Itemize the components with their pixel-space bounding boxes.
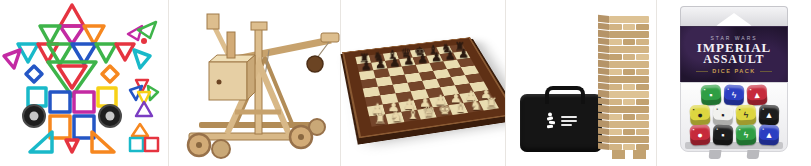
chess-board-grid: ♜♞♝♛♚♝♞♜♟♟♟♟♟♟♟♟♟♟♟♟♟♟♟♟♜♞♝♛♚♝♞♜ xyxy=(355,44,499,127)
green-die-icon: ▪▪ xyxy=(700,84,721,105)
white-rook: ♜ xyxy=(373,111,386,125)
dice-rows: ▪▪ϟ▪▲▪●▪▪▪ϟ▪▲▪●▪▪▪ϟ▪▲▪ xyxy=(683,85,785,145)
title-line-2: ASSAULT xyxy=(703,54,764,65)
black-pawn: ♟ xyxy=(389,56,400,68)
tower-side-face xyxy=(598,15,609,150)
chess-board: ♜♞♝♛♚♝♞♜♟♟♟♟♟♟♟♟♟♟♟♟♟♟♟♟♜♞♝♛♚♝♞♜ xyxy=(342,37,517,138)
black-pawn: ♟ xyxy=(458,47,469,59)
dice-blister: ▪▪ϟ▪▲▪●▪▪▪ϟ▪▲▪●▪▪▪ϟ▪▲▪ xyxy=(680,82,788,152)
white-bishop: ♝ xyxy=(454,100,467,114)
black-die-icon: ▲▪ xyxy=(758,104,779,125)
blue-die-icon: ▲▪ xyxy=(758,124,779,145)
yellow-die-icon: ●▪ xyxy=(689,104,710,125)
case-text-lines xyxy=(561,116,577,126)
yellow-die-icon: ϟ▪ xyxy=(735,104,756,125)
hang-hole xyxy=(716,13,752,26)
product-thumbnail-tumbling-tower[interactable] xyxy=(505,0,656,166)
black-pawn: ♟ xyxy=(403,54,414,66)
dice-row-2: ●▪▪▪ϟ▪▲▪ xyxy=(683,105,785,125)
blue-die-icon: ϟ▪ xyxy=(724,84,745,105)
dice-pack-header-card: STAR WARS IMPERIAL ASSAULT DICE PACK xyxy=(680,26,788,82)
white-knight: ♞ xyxy=(390,109,403,123)
tower-front-face xyxy=(609,16,649,150)
black-pawn: ♟ xyxy=(375,57,386,69)
hang-tab xyxy=(680,6,788,26)
subtitle-text: DICE PACK xyxy=(712,68,755,74)
board-square xyxy=(376,76,393,86)
black-pawn: ♟ xyxy=(431,51,442,63)
white-bishop: ♝ xyxy=(406,107,419,121)
dice-row-1: ▪▪ϟ▪▲▪ xyxy=(683,85,785,105)
tumbling-tower-logo-icon xyxy=(546,112,577,130)
white-rook: ♜ xyxy=(485,96,497,110)
product-thumbnail-chess-set[interactable]: ♜♞♝♛♚♝♞♜♟♟♟♟♟♟♟♟♟♟♟♟♟♟♟♟♜♞♝♛♚♝♞♜ xyxy=(340,0,505,166)
board-square xyxy=(393,83,411,94)
black-die-icon: ▪▪ xyxy=(712,124,733,145)
chess-board-scene: ♜♞♝♛♚♝♞♜♟♟♟♟♟♟♟♟♟♟♟♟♟♟♟♟♜♞♝♛♚♝♞♜ xyxy=(341,0,505,166)
product-image-strip: ♜♞♝♛♚♝♞♜♟♟♟♟♟♟♟♟♟♟♟♟♟♟♟♟♜♞♝♛♚♝♞♜ xyxy=(0,0,811,166)
product-thumbnail-dice-pack[interactable]: STAR WARS IMPERIAL ASSAULT DICE PACK ▪▪ϟ… xyxy=(656,0,811,166)
board-square: ♚ xyxy=(433,105,453,117)
product-thumbnail-trebuchet-kit[interactable] xyxy=(168,0,340,166)
board-square: ♝ xyxy=(401,110,420,122)
subtitle-row: DICE PACK xyxy=(696,68,771,74)
white-die-icon: ▪▪ xyxy=(712,104,733,125)
board-square: ♞ xyxy=(385,112,404,124)
carry-case xyxy=(520,94,602,152)
tumbling-tower-stack xyxy=(598,16,649,159)
product-thumbnail-magnetic-tiles[interactable] xyxy=(0,0,168,166)
trebuchet-illustration xyxy=(169,0,341,166)
dice-row-3: ●▪▪▪ϟ▪▲▪ xyxy=(683,125,785,145)
dice-pack-package: STAR WARS IMPERIAL ASSAULT DICE PACK ▪▪ϟ… xyxy=(680,6,788,160)
black-pawn: ♟ xyxy=(444,49,455,61)
green-die-icon: ϟ▪ xyxy=(735,124,756,145)
red-die-icon: ●▪ xyxy=(689,124,710,145)
board-square: ♜ xyxy=(369,114,388,127)
black-pawn: ♟ xyxy=(360,59,371,72)
tower-base-feet xyxy=(609,150,649,159)
black-pawn: ♟ xyxy=(417,52,428,64)
white-king: ♚ xyxy=(438,102,451,116)
red-die-icon: ▲▪ xyxy=(746,84,767,105)
white-queen: ♛ xyxy=(422,105,435,119)
magnetic-tiles-illustration xyxy=(0,0,168,166)
board-square xyxy=(461,66,479,76)
board-square: ♛ xyxy=(417,107,437,119)
white-knight: ♞ xyxy=(469,98,482,112)
